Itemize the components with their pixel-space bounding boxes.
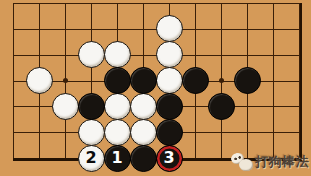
stone-black-N4	[130, 67, 157, 94]
go-diagram: 213 打狗棒法	[0, 0, 311, 176]
stone-white-K3	[52, 93, 79, 120]
stone-white-M3	[104, 93, 131, 120]
stone-black-R4	[234, 67, 261, 94]
stone-white-M2	[104, 119, 131, 146]
watermark-text: 打狗棒法	[255, 153, 309, 171]
stone-white-O4	[156, 67, 183, 94]
stone-black-M4	[104, 67, 131, 94]
stone-white-L1-move-2: 2	[78, 145, 105, 172]
stone-black-O1-move-3: 3	[156, 145, 183, 172]
star-point-K4	[63, 78, 68, 83]
stone-white-M5	[104, 41, 131, 68]
watermark-dog-logo-icon	[230, 152, 253, 172]
stone-black-Q3	[208, 93, 235, 120]
stone-black-O2	[156, 119, 183, 146]
stone-black-P4	[182, 67, 209, 94]
stone-white-O6	[156, 15, 183, 42]
stone-black-N1	[130, 145, 157, 172]
stone-black-M1-move-1: 1	[104, 145, 131, 172]
stone-white-L5	[78, 41, 105, 68]
star-point-Q4	[219, 78, 224, 83]
watermark: 打狗棒法	[230, 152, 309, 172]
stone-white-L2	[78, 119, 105, 146]
stone-white-N2	[130, 119, 157, 146]
dog-body-icon	[239, 159, 253, 171]
stone-white-O5	[156, 41, 183, 68]
board-cells: 213	[0, 0, 311, 171]
stone-black-O3	[156, 93, 183, 120]
stone-white-N3	[130, 93, 157, 120]
stone-black-L3	[78, 93, 105, 120]
stone-white-J4	[26, 67, 53, 94]
